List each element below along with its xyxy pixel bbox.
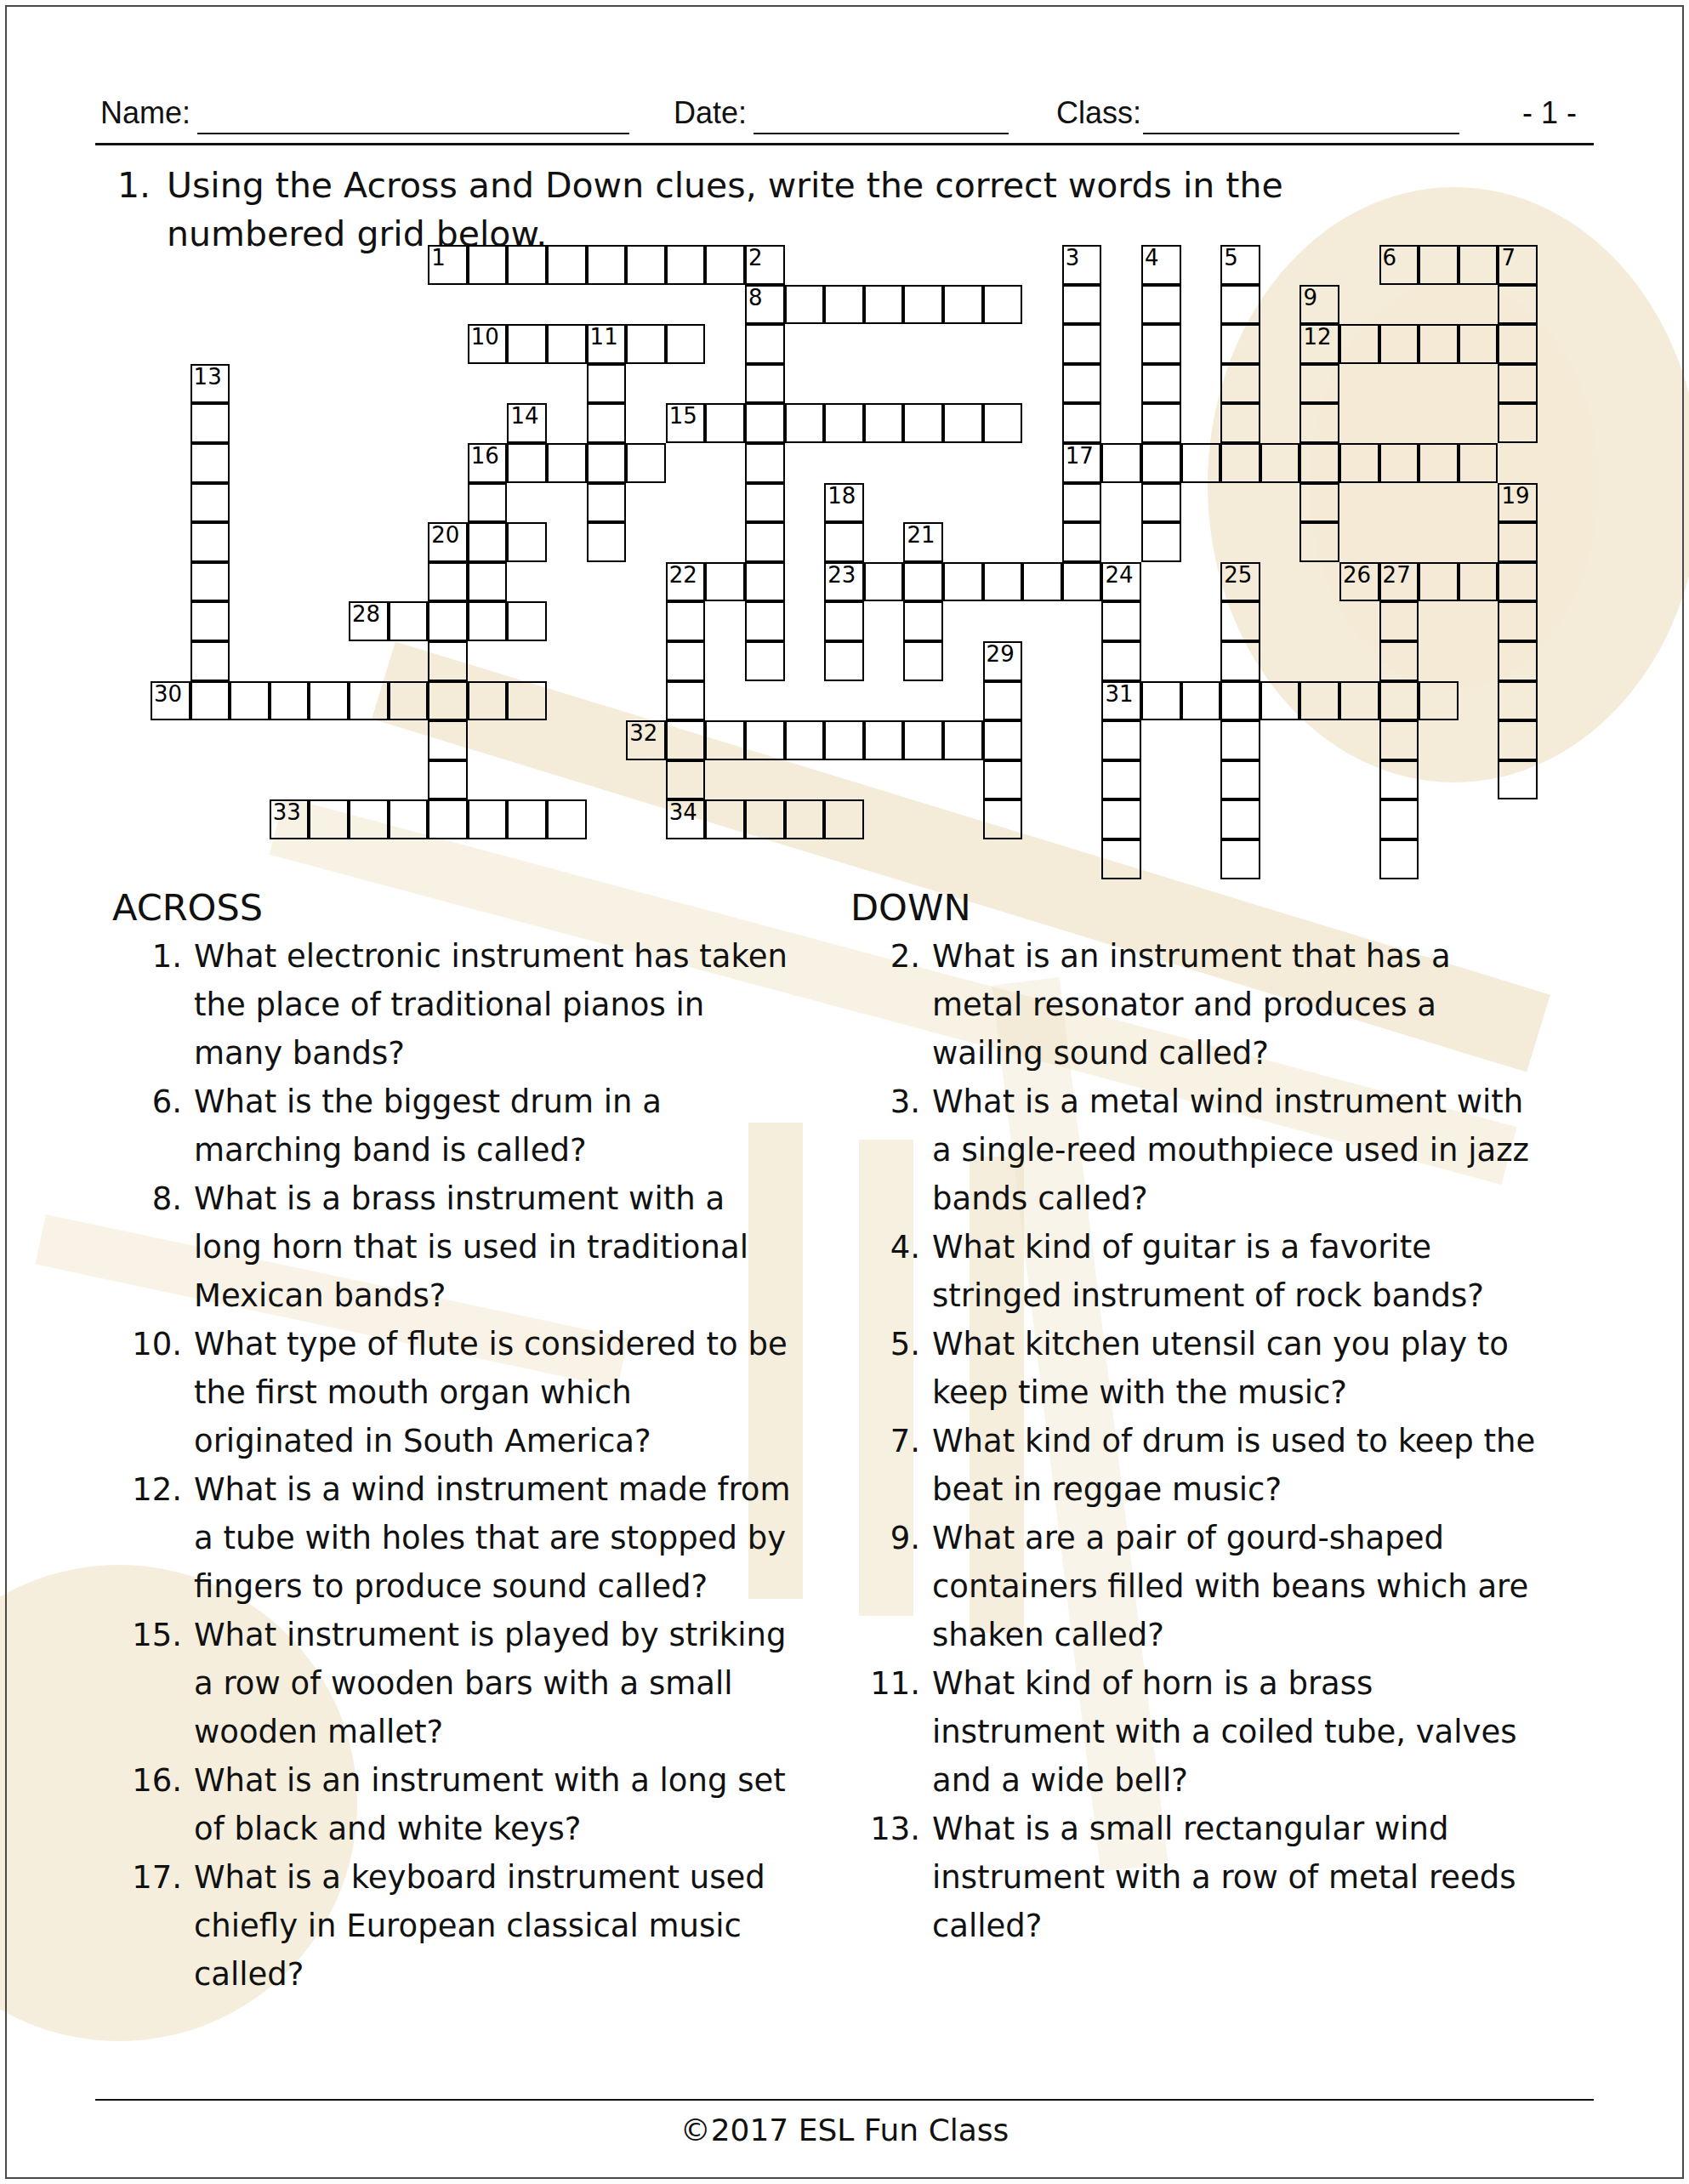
grid-cell[interactable] bbox=[1459, 443, 1498, 483]
grid-cell[interactable] bbox=[705, 720, 745, 760]
across-title: ACROSS bbox=[112, 886, 263, 929]
grid-cell[interactable] bbox=[1101, 760, 1141, 800]
grid-cell[interactable] bbox=[1419, 245, 1459, 285]
grid-cell[interactable] bbox=[903, 720, 943, 760]
grid-cell[interactable] bbox=[745, 799, 785, 839]
clue-text: What is the biggest drum in a marching b… bbox=[194, 1078, 801, 1174]
clue-list-number: 12. bbox=[112, 1465, 194, 1611]
clue-number: 18 bbox=[827, 483, 856, 509]
clue-text: What electronic instrument has taken the… bbox=[194, 932, 801, 1078]
grid-cell[interactable] bbox=[1379, 324, 1419, 364]
grid-cell[interactable] bbox=[1141, 483, 1181, 523]
grid-cell[interactable]: 16 bbox=[468, 443, 508, 483]
grid-cell[interactable] bbox=[903, 403, 943, 443]
clue-number: 16 bbox=[471, 443, 499, 469]
grid-cell[interactable] bbox=[507, 324, 547, 364]
grid-cell[interactable]: 9 bbox=[1299, 285, 1339, 325]
grid-cell[interactable] bbox=[389, 601, 429, 641]
grid-cell[interactable] bbox=[468, 601, 508, 641]
clue-text: What instrument is played by striking a … bbox=[194, 1611, 801, 1756]
grid-cell[interactable] bbox=[1062, 483, 1102, 523]
clue-number: 23 bbox=[827, 562, 856, 588]
grid-cell[interactable] bbox=[1220, 403, 1260, 443]
grid-cell[interactable] bbox=[824, 522, 864, 562]
grid-cell[interactable] bbox=[745, 641, 785, 681]
grid-cell[interactable] bbox=[587, 403, 627, 443]
grid-cell[interactable] bbox=[1141, 285, 1181, 325]
grid-cell[interactable] bbox=[1062, 522, 1102, 562]
grid-cell[interactable] bbox=[983, 799, 1023, 839]
grid-cell[interactable] bbox=[903, 601, 943, 641]
grid-cell[interactable]: 3 bbox=[1062, 245, 1102, 285]
grid-cell[interactable] bbox=[983, 760, 1023, 800]
grid-cell[interactable] bbox=[587, 483, 627, 523]
grid-cell[interactable] bbox=[428, 641, 468, 681]
clue-text: What is an instrument that has a metal r… bbox=[932, 932, 1550, 1078]
grid-cell[interactable] bbox=[666, 720, 706, 760]
grid-cell[interactable]: 26 bbox=[1339, 562, 1379, 602]
grid-cell[interactable]: 17 bbox=[1062, 443, 1102, 483]
grid-cell[interactable] bbox=[468, 799, 508, 839]
grid-cell[interactable] bbox=[191, 681, 230, 721]
grid-cell[interactable] bbox=[864, 403, 904, 443]
grid-cell[interactable] bbox=[1379, 839, 1419, 879]
grid-cell[interactable] bbox=[507, 681, 547, 721]
grid-cell[interactable] bbox=[1141, 324, 1181, 364]
grid-cell[interactable] bbox=[626, 245, 666, 285]
grid-cell[interactable] bbox=[587, 245, 627, 285]
grid-cell[interactable]: 30 bbox=[151, 681, 191, 721]
grid-cell[interactable]: 33 bbox=[270, 799, 310, 839]
grid-cell[interactable] bbox=[983, 720, 1023, 760]
grid-cell[interactable] bbox=[1339, 324, 1379, 364]
grid-cell[interactable] bbox=[1379, 720, 1419, 760]
clue-text: What is a keyboard instrument used chief… bbox=[194, 1853, 801, 1999]
grid-cell[interactable]: 23 bbox=[824, 562, 864, 602]
grid-cell[interactable] bbox=[745, 562, 785, 602]
across-clue: 1.What electronic instrument has taken t… bbox=[112, 932, 801, 1078]
grid-cell[interactable] bbox=[1220, 601, 1260, 641]
grid-cell[interactable] bbox=[983, 562, 1023, 602]
grid-cell[interactable]: 1 bbox=[428, 245, 468, 285]
clue-text: What kind of horn is a brass instrument … bbox=[932, 1659, 1550, 1805]
grid-cell[interactable] bbox=[468, 245, 508, 285]
clue-number: 12 bbox=[1303, 324, 1331, 350]
clue-list-number: 5. bbox=[850, 1320, 932, 1417]
grid-cell[interactable] bbox=[1419, 562, 1459, 602]
grid-cell[interactable] bbox=[745, 324, 785, 364]
grid-cell[interactable] bbox=[1101, 720, 1141, 760]
grid-cell[interactable] bbox=[587, 364, 627, 404]
down-clue: 5.What kitchen utensil can you play to k… bbox=[850, 1320, 1550, 1417]
clue-list-number: 2. bbox=[850, 932, 932, 1078]
grid-cell[interactable] bbox=[666, 245, 706, 285]
grid-cell[interactable] bbox=[468, 562, 508, 602]
grid-cell[interactable] bbox=[191, 522, 230, 562]
clue-number: 21 bbox=[907, 522, 935, 548]
grid-cell[interactable] bbox=[587, 443, 627, 483]
clue-number: 15 bbox=[669, 403, 697, 429]
grid-cell[interactable] bbox=[666, 601, 706, 641]
grid-cell[interactable]: 5 bbox=[1220, 245, 1260, 285]
down-clue: 11.What kind of horn is a brass instrume… bbox=[850, 1659, 1550, 1805]
clue-list-number: 6. bbox=[112, 1078, 194, 1174]
grid-cell[interactable]: 19 bbox=[1498, 483, 1538, 523]
grid-cell[interactable] bbox=[903, 641, 943, 681]
grid-cell[interactable] bbox=[1498, 681, 1538, 721]
grid-cell[interactable]: 11 bbox=[587, 324, 627, 364]
grid-cell[interactable] bbox=[745, 443, 785, 483]
grid-cell[interactable] bbox=[705, 403, 745, 443]
grid-cell[interactable] bbox=[428, 799, 468, 839]
clue-text: What kind of drum is used to keep the be… bbox=[932, 1417, 1550, 1514]
clue-text: What is an instrument with a long set of… bbox=[194, 1756, 801, 1853]
grid-cell[interactable] bbox=[824, 403, 864, 443]
grid-cell[interactable] bbox=[864, 562, 904, 602]
grid-cell[interactable] bbox=[547, 324, 587, 364]
grid-cell[interactable] bbox=[1299, 483, 1339, 523]
grid-cell[interactable] bbox=[191, 443, 230, 483]
class-label: Class: bbox=[1056, 95, 1141, 131]
grid-cell[interactable] bbox=[468, 483, 508, 523]
grid-cell[interactable] bbox=[903, 562, 943, 602]
across-clue-list: 1.What electronic instrument has taken t… bbox=[112, 932, 801, 1999]
grid-cell[interactable] bbox=[745, 364, 785, 404]
grid-cell[interactable] bbox=[626, 324, 666, 364]
grid-cell[interactable] bbox=[547, 245, 587, 285]
grid-cell[interactable] bbox=[745, 720, 785, 760]
grid-cell[interactable] bbox=[864, 720, 904, 760]
grid-cell[interactable]: 6 bbox=[1379, 245, 1419, 285]
grid-cell[interactable] bbox=[191, 562, 230, 602]
grid-cell[interactable] bbox=[666, 681, 706, 721]
clue-number: 20 bbox=[431, 522, 459, 548]
clue-number: 33 bbox=[273, 799, 301, 825]
grid-cell[interactable] bbox=[1181, 681, 1221, 721]
grid-cell[interactable] bbox=[547, 799, 587, 839]
clue-text: What is a metal wind instrument with a s… bbox=[932, 1078, 1550, 1223]
grid-cell[interactable] bbox=[785, 720, 825, 760]
clue-number: 26 bbox=[1343, 562, 1371, 588]
clue-number: 7 bbox=[1501, 245, 1516, 270]
clue-number: 22 bbox=[669, 562, 697, 588]
grid-cell[interactable] bbox=[1419, 443, 1459, 483]
grid-cell[interactable]: 12 bbox=[1299, 324, 1339, 364]
page-number: - 1 - bbox=[1522, 95, 1577, 131]
clue-list-number: 11. bbox=[850, 1659, 932, 1805]
grid-cell[interactable]: 31 bbox=[1101, 681, 1141, 721]
footer-copyright: ©2017 ESL Fun Class bbox=[0, 2113, 1689, 2147]
grid-cell[interactable] bbox=[785, 285, 825, 325]
grid-cell[interactable] bbox=[943, 720, 983, 760]
grid-cell[interactable] bbox=[1062, 403, 1102, 443]
clue-text: What kind of guitar is a favorite string… bbox=[932, 1223, 1550, 1320]
clue-number: 32 bbox=[629, 720, 657, 746]
grid-cell[interactable] bbox=[745, 403, 785, 443]
clue-list-number: 1. bbox=[112, 932, 194, 1078]
clue-number: 31 bbox=[1105, 681, 1133, 707]
grid-cell[interactable]: 18 bbox=[824, 483, 864, 523]
grid-cell[interactable] bbox=[507, 601, 547, 641]
grid-cell[interactable] bbox=[1379, 443, 1419, 483]
grid-cell[interactable] bbox=[1220, 799, 1260, 839]
grid-cell[interactable] bbox=[270, 681, 310, 721]
grid-cell[interactable] bbox=[1379, 641, 1419, 681]
grid-cell[interactable] bbox=[1498, 324, 1538, 364]
grid-cell[interactable] bbox=[1141, 443, 1181, 483]
down-title: DOWN bbox=[850, 886, 971, 929]
grid-cell[interactable] bbox=[1101, 839, 1141, 879]
date-field-line[interactable] bbox=[754, 133, 1009, 134]
grid-cell[interactable] bbox=[745, 483, 785, 523]
grid-cell[interactable] bbox=[1062, 285, 1102, 325]
grid-cell[interactable] bbox=[1299, 522, 1339, 562]
grid-cell[interactable] bbox=[191, 601, 230, 641]
grid-cell[interactable]: 25 bbox=[1220, 562, 1260, 602]
down-clue: 3.What is a metal wind instrument with a… bbox=[850, 1078, 1550, 1223]
grid-cell[interactable] bbox=[1498, 285, 1538, 325]
grid-cell[interactable] bbox=[1101, 601, 1141, 641]
clue-list-number: 9. bbox=[850, 1514, 932, 1659]
grid-cell[interactable] bbox=[1498, 364, 1538, 404]
grid-cell[interactable] bbox=[1299, 681, 1339, 721]
down-clue: 7.What kind of drum is used to keep the … bbox=[850, 1417, 1550, 1514]
grid-cell[interactable] bbox=[983, 285, 1023, 325]
grid-cell[interactable] bbox=[666, 760, 706, 800]
name-field-line[interactable] bbox=[197, 133, 629, 134]
grid-cell[interactable] bbox=[507, 799, 547, 839]
clue-number: 14 bbox=[510, 403, 538, 429]
worksheet-page: Name: Date: Class: - 1 - 1. Using the Ac… bbox=[0, 0, 1689, 2184]
grid-cell[interactable] bbox=[428, 681, 468, 721]
grid-cell[interactable] bbox=[428, 601, 468, 641]
grid-cell[interactable] bbox=[1062, 324, 1102, 364]
clue-number: 10 bbox=[471, 324, 499, 350]
grid-cell[interactable] bbox=[1498, 562, 1538, 602]
grid-cell[interactable] bbox=[428, 562, 468, 602]
clue-number: 6 bbox=[1383, 245, 1397, 270]
grid-cell[interactable] bbox=[1141, 403, 1181, 443]
grid-cell[interactable] bbox=[468, 522, 508, 562]
grid-cell[interactable] bbox=[1141, 681, 1181, 721]
clue-list-number: 7. bbox=[850, 1417, 932, 1514]
grid-cell[interactable] bbox=[1498, 760, 1538, 800]
grid-cell[interactable] bbox=[824, 285, 864, 325]
grid-cell[interactable] bbox=[1220, 364, 1260, 404]
grid-cell[interactable] bbox=[389, 681, 429, 721]
grid-cell[interactable] bbox=[1299, 403, 1339, 443]
grid-cell[interactable] bbox=[1220, 760, 1260, 800]
clue-number: 30 bbox=[154, 681, 182, 707]
grid-cell[interactable] bbox=[705, 562, 745, 602]
grid-cell[interactable] bbox=[191, 641, 230, 681]
grid-cell[interactable] bbox=[824, 799, 864, 839]
clue-text: What is a brass instrument with a long h… bbox=[194, 1174, 801, 1320]
grid-cell[interactable] bbox=[1101, 799, 1141, 839]
grid-cell[interactable] bbox=[1220, 641, 1260, 681]
grid-cell[interactable] bbox=[389, 799, 429, 839]
clue-number: 5 bbox=[1224, 245, 1238, 270]
grid-cell[interactable] bbox=[428, 760, 468, 800]
grid-cell[interactable] bbox=[745, 522, 785, 562]
grid-cell[interactable] bbox=[1220, 839, 1260, 879]
grid-cell[interactable] bbox=[1220, 720, 1260, 760]
grid-cell[interactable]: 21 bbox=[903, 522, 943, 562]
grid-cell[interactable]: 15 bbox=[666, 403, 706, 443]
grid-cell[interactable]: 13 bbox=[191, 364, 230, 404]
down-clue: 13.What is a small rectangular wind inst… bbox=[850, 1805, 1550, 1950]
grid-cell[interactable] bbox=[943, 403, 983, 443]
down-clue-list: 2.What is an instrument that has a metal… bbox=[850, 932, 1550, 1950]
grid-cell[interactable] bbox=[903, 285, 943, 325]
grid-cell[interactable] bbox=[507, 443, 547, 483]
clue-text: What is a wind instrument made from a tu… bbox=[194, 1465, 801, 1611]
grid-cell[interactable] bbox=[1260, 443, 1300, 483]
instruction: 1. Using the Across and Down clues, writ… bbox=[117, 162, 1444, 259]
grid-cell[interactable] bbox=[943, 285, 983, 325]
grid-cell[interactable] bbox=[547, 443, 587, 483]
grid-cell[interactable]: 27 bbox=[1379, 562, 1419, 602]
grid-cell[interactable] bbox=[983, 403, 1023, 443]
clue-number: 3 bbox=[1066, 245, 1080, 270]
grid-cell[interactable] bbox=[428, 720, 468, 760]
grid-cell[interactable] bbox=[507, 522, 547, 562]
name-label: Name: bbox=[100, 95, 191, 131]
clue-list-number: 10. bbox=[112, 1320, 194, 1465]
grid-cell[interactable] bbox=[507, 245, 547, 285]
grid-cell[interactable] bbox=[1498, 641, 1538, 681]
across-clue: 17.What is a keyboard instrument used ch… bbox=[112, 1853, 801, 1999]
clue-list-number: 4. bbox=[850, 1223, 932, 1320]
instruction-text: Using the Across and Down clues, write t… bbox=[167, 162, 1408, 259]
grid-cell[interactable] bbox=[1498, 522, 1538, 562]
across-clue: 16.What is an instrument with a long set… bbox=[112, 1756, 801, 1853]
grid-cell[interactable] bbox=[824, 601, 864, 641]
grid-cell[interactable] bbox=[1141, 364, 1181, 404]
grid-cell[interactable]: 7 bbox=[1498, 245, 1538, 285]
grid-cell[interactable]: 2 bbox=[745, 245, 785, 285]
clue-list-number: 13. bbox=[850, 1805, 932, 1950]
grid-cell[interactable] bbox=[1339, 681, 1379, 721]
grid-cell[interactable] bbox=[587, 522, 627, 562]
instruction-number: 1. bbox=[117, 162, 167, 259]
class-field-line[interactable] bbox=[1143, 133, 1459, 134]
grid-cell[interactable] bbox=[1299, 443, 1339, 483]
grid-cell[interactable] bbox=[1379, 601, 1419, 641]
grid-cell[interactable] bbox=[1220, 324, 1260, 364]
grid-cell[interactable] bbox=[983, 681, 1023, 721]
grid-cell[interactable] bbox=[191, 483, 230, 523]
grid-cell[interactable]: 8 bbox=[745, 285, 785, 325]
grid-cell[interactable] bbox=[349, 681, 389, 721]
clue-text: What kitchen utensil can you play to kee… bbox=[932, 1320, 1550, 1417]
grid-cell[interactable] bbox=[1062, 562, 1102, 602]
grid-cell[interactable] bbox=[349, 799, 389, 839]
grid-cell[interactable] bbox=[785, 799, 825, 839]
clue-number: 11 bbox=[590, 324, 618, 350]
grid-cell[interactable] bbox=[1101, 641, 1141, 681]
date-label: Date: bbox=[674, 95, 747, 131]
grid-cell[interactable] bbox=[1220, 443, 1260, 483]
grid-cell[interactable]: 28 bbox=[349, 601, 389, 641]
grid-cell[interactable] bbox=[230, 681, 270, 721]
grid-cell[interactable]: 20 bbox=[428, 522, 468, 562]
grid-cell[interactable] bbox=[705, 799, 745, 839]
grid-cell[interactable] bbox=[745, 601, 785, 641]
grid-cell[interactable] bbox=[1339, 443, 1379, 483]
grid-cell[interactable]: 29 bbox=[983, 641, 1023, 681]
grid-cell[interactable] bbox=[309, 799, 349, 839]
clue-list-number: 17. bbox=[112, 1853, 194, 1999]
grid-cell[interactable] bbox=[943, 562, 983, 602]
grid-cell[interactable] bbox=[1459, 324, 1498, 364]
grid-cell[interactable] bbox=[785, 403, 825, 443]
grid-cell[interactable] bbox=[1379, 760, 1419, 800]
across-clue: 12.What is a wind instrument made from a… bbox=[112, 1465, 801, 1611]
clue-number: 34 bbox=[669, 799, 697, 825]
grid-cell[interactable] bbox=[1459, 245, 1498, 285]
grid-cell[interactable]: 22 bbox=[666, 562, 706, 602]
grid-cell[interactable] bbox=[666, 324, 706, 364]
grid-cell[interactable]: 24 bbox=[1101, 562, 1141, 602]
clue-number: 4 bbox=[1145, 245, 1159, 270]
grid-cell[interactable] bbox=[1498, 720, 1538, 760]
grid-cell[interactable] bbox=[824, 641, 864, 681]
grid-cell[interactable] bbox=[1141, 522, 1181, 562]
clue-text: What is a small rectangular wind instrum… bbox=[932, 1805, 1550, 1950]
grid-cell[interactable] bbox=[1220, 285, 1260, 325]
clue-number: 27 bbox=[1383, 562, 1411, 588]
grid-cell[interactable] bbox=[1459, 562, 1498, 602]
grid-cell[interactable] bbox=[1220, 681, 1260, 721]
grid-cell[interactable] bbox=[1419, 681, 1459, 721]
grid-cell[interactable] bbox=[824, 720, 864, 760]
grid-cell[interactable] bbox=[1260, 681, 1300, 721]
grid-cell[interactable]: 14 bbox=[507, 403, 547, 443]
grid-cell[interactable] bbox=[626, 443, 666, 483]
grid-cell[interactable]: 10 bbox=[468, 324, 508, 364]
clue-number: 2 bbox=[748, 245, 763, 270]
grid-cell[interactable] bbox=[666, 641, 706, 681]
grid-cell[interactable]: 32 bbox=[626, 720, 666, 760]
grid-cell[interactable] bbox=[1299, 364, 1339, 404]
grid-cell[interactable] bbox=[1498, 601, 1538, 641]
grid-cell[interactable] bbox=[309, 681, 349, 721]
clue-list-number: 8. bbox=[112, 1174, 194, 1320]
grid-cell[interactable] bbox=[1419, 324, 1459, 364]
grid-cell[interactable]: 34 bbox=[666, 799, 706, 839]
grid-cell[interactable] bbox=[1498, 403, 1538, 443]
across-clue: 15.What instrument is played by striking… bbox=[112, 1611, 801, 1756]
grid-cell[interactable] bbox=[468, 681, 508, 721]
grid-cell[interactable] bbox=[191, 403, 230, 443]
grid-cell[interactable] bbox=[864, 285, 904, 325]
clue-list-number: 15. bbox=[112, 1611, 194, 1756]
clue-list-number: 16. bbox=[112, 1756, 194, 1853]
grid-cell[interactable] bbox=[1379, 799, 1419, 839]
grid-cell[interactable] bbox=[705, 245, 745, 285]
grid-cell[interactable] bbox=[1379, 681, 1419, 721]
crossword-grid: 1234567891011121314151617181920212223242… bbox=[151, 245, 1540, 879]
grid-cell[interactable]: 4 bbox=[1141, 245, 1181, 285]
across-clue: 6.What is the biggest drum in a marching… bbox=[112, 1078, 801, 1174]
grid-cell[interactable] bbox=[1022, 562, 1062, 602]
grid-cell[interactable] bbox=[1181, 443, 1221, 483]
grid-cell[interactable] bbox=[1101, 443, 1141, 483]
clue-number: 28 bbox=[352, 601, 380, 627]
grid-cell[interactable] bbox=[1062, 364, 1102, 404]
clue-number: 29 bbox=[987, 641, 1015, 667]
